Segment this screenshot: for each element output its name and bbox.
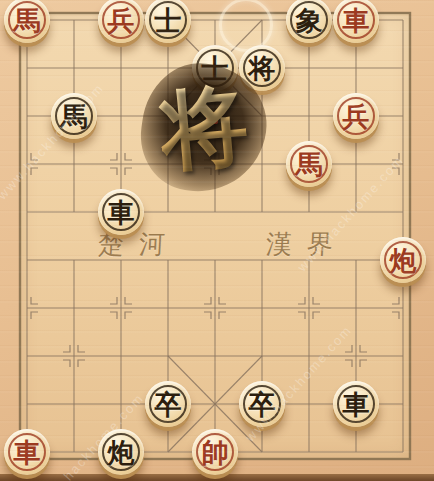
check-indicator: 将 [148,70,260,186]
piece-red-horse[interactable]: 馬 [4,0,50,43]
piece-glyph: 馬 [14,7,41,34]
piece-glyph: 車 [343,391,370,418]
piece-glyph: 帥 [202,439,229,466]
piece-red-cannon[interactable]: 炮 [380,237,426,283]
xiangqi-game-screen: 楚河 漢界 馬兵士象車士将馬兵馬車炮卒卒車車炮帥 将 www.hackhome.… [0,0,434,481]
piece-glyph: 炮 [390,247,417,274]
piece-red-chariot[interactable]: 車 [4,429,50,475]
piece-red-king[interactable]: 帥 [192,429,238,475]
piece-black-pawn[interactable]: 卒 [239,381,285,427]
piece-red-horse[interactable]: 馬 [286,141,332,187]
piece-black-cannon[interactable]: 炮 [98,429,144,475]
piece-glyph: 卒 [249,391,276,418]
piece-glyph: 馬 [61,103,88,130]
piece-black-elephant[interactable]: 象 [286,0,332,43]
piece-red-pawn[interactable]: 兵 [333,93,379,139]
check-label: 将 [155,65,253,191]
piece-black-pawn[interactable]: 卒 [145,381,191,427]
piece-black-horse[interactable]: 馬 [51,93,97,139]
piece-glyph: 象 [296,7,323,34]
piece-glyph: 卒 [155,391,182,418]
piece-glyph: 兵 [108,7,135,34]
piece-black-chariot[interactable]: 車 [333,381,379,427]
piece-glyph: 車 [343,7,370,34]
piece-black-advisor[interactable]: 士 [145,0,191,43]
piece-glyph: 馬 [296,151,323,178]
piece-glyph: 士 [155,7,182,34]
piece-black-chariot[interactable]: 車 [98,189,144,235]
piece-glyph: 炮 [108,439,135,466]
piece-glyph: 兵 [343,103,370,130]
piece-red-pawn[interactable]: 兵 [98,0,144,43]
piece-glyph: 車 [14,439,41,466]
piece-glyph: 車 [108,199,135,226]
piece-red-chariot[interactable]: 車 [333,0,379,43]
